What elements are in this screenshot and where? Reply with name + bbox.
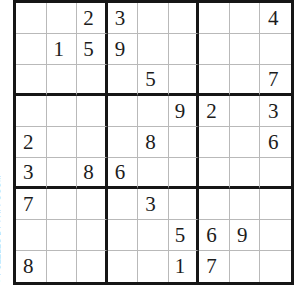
cell-r7c1[interactable]: 7 — [16, 189, 47, 220]
cell-r6c4[interactable]: 6 — [108, 158, 139, 189]
cell-r2c8[interactable] — [230, 34, 261, 65]
cell-r1c1[interactable] — [16, 3, 47, 34]
cell-r8c3[interactable] — [77, 220, 108, 251]
cell-r9c9[interactable] — [260, 251, 291, 282]
cell-r6c8[interactable] — [230, 158, 261, 189]
cell-r1c5[interactable] — [138, 3, 169, 34]
cell-r9c7[interactable]: 7 — [199, 251, 230, 282]
cell-r5c2[interactable] — [47, 127, 78, 158]
cell-r4c6[interactable]: 9 — [169, 96, 200, 127]
publisher-credit: © PUZZLES BY PAPPOCOM — [0, 175, 2, 284]
cell-r6c3[interactable]: 8 — [77, 158, 108, 189]
cell-r2c6[interactable] — [169, 34, 200, 65]
cell-r4c8[interactable] — [230, 96, 261, 127]
cell-r4c1[interactable] — [16, 96, 47, 127]
cell-r5c6[interactable] — [169, 127, 200, 158]
cell-r1c7[interactable] — [199, 3, 230, 34]
cell-r3c4[interactable] — [108, 65, 139, 96]
cell-r2c4[interactable]: 9 — [108, 34, 139, 65]
cell-r7c6[interactable] — [169, 189, 200, 220]
cell-r1c3[interactable]: 2 — [77, 3, 108, 34]
cell-r2c5[interactable] — [138, 34, 169, 65]
cell-r2c2[interactable]: 1 — [47, 34, 78, 65]
cell-r2c1[interactable] — [16, 34, 47, 65]
cell-r3c1[interactable] — [16, 65, 47, 96]
cell-r7c9[interactable] — [260, 189, 291, 220]
cell-r2c7[interactable] — [199, 34, 230, 65]
cell-r3c8[interactable] — [230, 65, 261, 96]
cell-r4c2[interactable] — [47, 96, 78, 127]
cell-r5c4[interactable] — [108, 127, 139, 158]
cell-r7c3[interactable] — [77, 189, 108, 220]
cell-r1c8[interactable] — [230, 3, 261, 34]
cell-r5c8[interactable] — [230, 127, 261, 158]
cell-r5c9[interactable]: 6 — [260, 127, 291, 158]
cell-r9c2[interactable] — [47, 251, 78, 282]
cell-r7c8[interactable] — [230, 189, 261, 220]
cell-r4c4[interactable] — [108, 96, 139, 127]
cell-r3c9[interactable]: 7 — [260, 65, 291, 96]
sudoku-page: 2341595792328638673569817 © PUZZLES BY P… — [0, 0, 300, 286]
cell-r8c9[interactable] — [260, 220, 291, 251]
cell-r4c9[interactable]: 3 — [260, 96, 291, 127]
cell-r4c5[interactable] — [138, 96, 169, 127]
cell-r6c5[interactable] — [138, 158, 169, 189]
cell-r5c5[interactable]: 8 — [138, 127, 169, 158]
cell-r1c9[interactable]: 4 — [260, 3, 291, 34]
sudoku-board: 2341595792328638673569817 — [13, 0, 294, 285]
cell-r7c2[interactable] — [47, 189, 78, 220]
cell-r3c3[interactable] — [77, 65, 108, 96]
cell-r9c3[interactable] — [77, 251, 108, 282]
cell-r5c7[interactable] — [199, 127, 230, 158]
cell-r3c2[interactable] — [47, 65, 78, 96]
cell-r9c8[interactable] — [230, 251, 261, 282]
cell-r3c7[interactable] — [199, 65, 230, 96]
cell-r1c2[interactable] — [47, 3, 78, 34]
cell-r4c3[interactable] — [77, 96, 108, 127]
cell-r8c2[interactable] — [47, 220, 78, 251]
cell-r3c6[interactable] — [169, 65, 200, 96]
cell-r5c3[interactable] — [77, 127, 108, 158]
cell-r9c4[interactable] — [108, 251, 139, 282]
cell-r2c9[interactable] — [260, 34, 291, 65]
cell-r7c5[interactable]: 3 — [138, 189, 169, 220]
cell-r1c4[interactable]: 3 — [108, 3, 139, 34]
cell-r5c1[interactable]: 2 — [16, 127, 47, 158]
cell-r6c9[interactable] — [260, 158, 291, 189]
cell-r8c8[interactable]: 9 — [230, 220, 261, 251]
cell-r1c6[interactable] — [169, 3, 200, 34]
cell-r7c7[interactable] — [199, 189, 230, 220]
cell-r8c5[interactable] — [138, 220, 169, 251]
cell-r6c1[interactable]: 3 — [16, 158, 47, 189]
cell-r9c6[interactable]: 1 — [169, 251, 200, 282]
cell-r4c7[interactable]: 2 — [199, 96, 230, 127]
cell-r2c3[interactable]: 5 — [77, 34, 108, 65]
cell-r3c5[interactable]: 5 — [138, 65, 169, 96]
cell-r8c7[interactable]: 6 — [199, 220, 230, 251]
cell-r9c1[interactable]: 8 — [16, 251, 47, 282]
cell-r8c6[interactable]: 5 — [169, 220, 200, 251]
cell-r9c5[interactable] — [138, 251, 169, 282]
cell-r8c4[interactable] — [108, 220, 139, 251]
cell-r6c7[interactable] — [199, 158, 230, 189]
cell-r8c1[interactable] — [16, 220, 47, 251]
cell-r7c4[interactable] — [108, 189, 139, 220]
cell-r6c6[interactable] — [169, 158, 200, 189]
cell-r6c2[interactable] — [47, 158, 78, 189]
